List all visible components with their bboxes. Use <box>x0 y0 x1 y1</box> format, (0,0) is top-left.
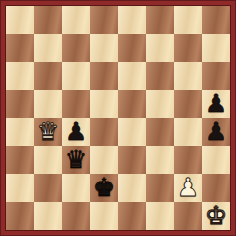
square-e4[interactable] <box>118 118 146 146</box>
chess-board: ♟♛♟♟♛♚♟♚ <box>6 6 230 230</box>
square-h3[interactable] <box>202 146 230 174</box>
square-h8[interactable] <box>202 6 230 34</box>
square-b2[interactable] <box>34 174 62 202</box>
square-b1[interactable] <box>34 202 62 230</box>
piece-black-pawn[interactable]: ♟ <box>205 119 227 144</box>
square-g6[interactable] <box>174 62 202 90</box>
square-g3[interactable] <box>174 146 202 174</box>
square-f8[interactable] <box>146 6 174 34</box>
square-e3[interactable] <box>118 146 146 174</box>
piece-white-pawn[interactable]: ♟ <box>177 175 199 200</box>
square-b6[interactable] <box>34 62 62 90</box>
square-c8[interactable] <box>62 6 90 34</box>
square-g2[interactable]: ♟ <box>174 174 202 202</box>
square-h5[interactable]: ♟ <box>202 90 230 118</box>
square-f4[interactable] <box>146 118 174 146</box>
square-d2[interactable]: ♚ <box>90 174 118 202</box>
square-d7[interactable] <box>90 34 118 62</box>
square-f7[interactable] <box>146 34 174 62</box>
piece-black-queen[interactable]: ♛ <box>65 147 87 172</box>
square-d3[interactable] <box>90 146 118 174</box>
square-b5[interactable] <box>34 90 62 118</box>
square-e8[interactable] <box>118 6 146 34</box>
square-c2[interactable] <box>62 174 90 202</box>
square-c4[interactable]: ♟ <box>62 118 90 146</box>
square-a6[interactable] <box>6 62 34 90</box>
square-e5[interactable] <box>118 90 146 118</box>
square-b3[interactable] <box>34 146 62 174</box>
square-d1[interactable] <box>90 202 118 230</box>
square-b8[interactable] <box>34 6 62 34</box>
square-b7[interactable] <box>34 34 62 62</box>
square-b4[interactable]: ♛ <box>34 118 62 146</box>
piece-black-king[interactable]: ♚ <box>93 175 115 200</box>
square-f3[interactable] <box>146 146 174 174</box>
square-e7[interactable] <box>118 34 146 62</box>
square-g4[interactable] <box>174 118 202 146</box>
square-a4[interactable] <box>6 118 34 146</box>
square-e1[interactable] <box>118 202 146 230</box>
square-g1[interactable] <box>174 202 202 230</box>
square-f1[interactable] <box>146 202 174 230</box>
square-a7[interactable] <box>6 34 34 62</box>
square-c5[interactable] <box>62 90 90 118</box>
square-f2[interactable] <box>146 174 174 202</box>
square-e6[interactable] <box>118 62 146 90</box>
square-a8[interactable] <box>6 6 34 34</box>
square-c3[interactable]: ♛ <box>62 146 90 174</box>
square-e2[interactable] <box>118 174 146 202</box>
square-a3[interactable] <box>6 146 34 174</box>
square-a5[interactable] <box>6 90 34 118</box>
piece-white-queen[interactable]: ♛ <box>37 119 59 144</box>
square-a2[interactable] <box>6 174 34 202</box>
square-c6[interactable] <box>62 62 90 90</box>
square-g5[interactable] <box>174 90 202 118</box>
square-d5[interactable] <box>90 90 118 118</box>
square-c1[interactable] <box>62 202 90 230</box>
square-g8[interactable] <box>174 6 202 34</box>
square-f6[interactable] <box>146 62 174 90</box>
square-h6[interactable] <box>202 62 230 90</box>
square-f5[interactable] <box>146 90 174 118</box>
square-a1[interactable] <box>6 202 34 230</box>
piece-white-king[interactable]: ♚ <box>205 203 227 228</box>
square-g7[interactable] <box>174 34 202 62</box>
piece-black-pawn[interactable]: ♟ <box>205 91 227 116</box>
square-h7[interactable] <box>202 34 230 62</box>
piece-black-pawn[interactable]: ♟ <box>65 119 87 144</box>
chess-board-frame: ♟♛♟♟♛♚♟♚ <box>0 0 236 236</box>
square-d6[interactable] <box>90 62 118 90</box>
square-d8[interactable] <box>90 6 118 34</box>
square-h4[interactable]: ♟ <box>202 118 230 146</box>
square-d4[interactable] <box>90 118 118 146</box>
square-c7[interactable] <box>62 34 90 62</box>
square-h2[interactable] <box>202 174 230 202</box>
square-h1[interactable]: ♚ <box>202 202 230 230</box>
